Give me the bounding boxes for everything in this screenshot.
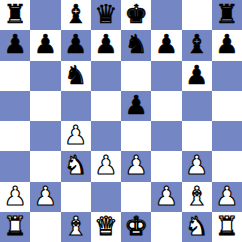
- square-a2[interactable]: ♟: [0, 182, 30, 212]
- white-pawn-e3[interactable]: ♟: [124, 151, 147, 180]
- black-knight-c6[interactable]: ♞: [64, 61, 87, 90]
- white-pawn-f2[interactable]: ♟: [155, 182, 178, 211]
- black-pawn-c7[interactable]: ♟: [64, 30, 87, 59]
- square-c1[interactable]: ♝: [61, 212, 91, 242]
- square-g7[interactable]: ♝: [182, 30, 212, 60]
- square-f6[interactable]: [151, 61, 181, 91]
- square-b5[interactable]: [30, 91, 60, 121]
- square-h5[interactable]: [212, 91, 242, 121]
- square-d2[interactable]: [91, 182, 121, 212]
- square-c3[interactable]: ♞: [61, 151, 91, 181]
- square-e2[interactable]: [121, 182, 151, 212]
- white-pawn-b2[interactable]: ♟: [34, 182, 57, 211]
- square-a4[interactable]: [0, 121, 30, 151]
- square-f1[interactable]: [151, 212, 181, 242]
- square-d8[interactable]: ♛: [91, 0, 121, 30]
- white-pawn-d3[interactable]: ♟: [94, 151, 117, 180]
- white-queen-d1[interactable]: ♛: [94, 212, 117, 241]
- square-f3[interactable]: [151, 151, 181, 181]
- white-pawn-g3[interactable]: ♟: [185, 151, 208, 180]
- square-b7[interactable]: ♟: [30, 30, 60, 60]
- square-g2[interactable]: ♝: [182, 182, 212, 212]
- white-rook-a1[interactable]: ♜: [3, 212, 26, 241]
- square-c6[interactable]: ♞: [61, 61, 91, 91]
- white-pawn-c4[interactable]: ♟: [64, 121, 87, 150]
- square-h1[interactable]: ♜: [212, 212, 242, 242]
- black-pawn-b7[interactable]: ♟: [34, 30, 57, 59]
- square-e8[interactable]: ♚: [121, 0, 151, 30]
- square-h4[interactable]: [212, 121, 242, 151]
- square-e6[interactable]: [121, 61, 151, 91]
- black-queen-d8[interactable]: ♛: [94, 0, 117, 29]
- square-d3[interactable]: ♟: [91, 151, 121, 181]
- square-d1[interactable]: ♛: [91, 212, 121, 242]
- square-b1[interactable]: [30, 212, 60, 242]
- square-g5[interactable]: [182, 91, 212, 121]
- square-d7[interactable]: ♟: [91, 30, 121, 60]
- black-pawn-e5[interactable]: ♟: [124, 91, 147, 120]
- square-c8[interactable]: ♝: [61, 0, 91, 30]
- square-g8[interactable]: [182, 0, 212, 30]
- square-f8[interactable]: [151, 0, 181, 30]
- square-c4[interactable]: ♟: [61, 121, 91, 151]
- square-a3[interactable]: [0, 151, 30, 181]
- square-c5[interactable]: [61, 91, 91, 121]
- black-rook-h8[interactable]: ♜: [215, 0, 238, 29]
- square-f4[interactable]: [151, 121, 181, 151]
- square-h8[interactable]: ♜: [212, 0, 242, 30]
- square-g1[interactable]: ♞: [182, 212, 212, 242]
- black-pawn-f7[interactable]: ♟: [155, 30, 178, 59]
- square-c2[interactable]: [61, 182, 91, 212]
- white-bishop-g2[interactable]: ♝: [185, 182, 208, 211]
- square-e4[interactable]: [121, 121, 151, 151]
- white-king-e1[interactable]: ♚: [124, 212, 147, 241]
- square-f2[interactable]: ♟: [151, 182, 181, 212]
- square-b4[interactable]: [30, 121, 60, 151]
- square-b8[interactable]: [30, 0, 60, 30]
- square-a6[interactable]: [0, 61, 30, 91]
- square-a1[interactable]: ♜: [0, 212, 30, 242]
- black-knight-e7[interactable]: ♞: [124, 30, 147, 59]
- square-g4[interactable]: [182, 121, 212, 151]
- black-king-e8[interactable]: ♚: [124, 0, 147, 29]
- square-h2[interactable]: ♟: [212, 182, 242, 212]
- square-b2[interactable]: ♟: [30, 182, 60, 212]
- chess-board-container: ♜♝♛♚♜♟♟♟♟♞♟♝♟♞♟♟♟♞♟♟♟♟♟♟♝♟♜♝♛♚♞♜: [0, 0, 242, 242]
- square-g3[interactable]: ♟: [182, 151, 212, 181]
- square-d6[interactable]: [91, 61, 121, 91]
- white-knight-c3[interactable]: ♞: [64, 151, 87, 180]
- square-e5[interactable]: ♟: [121, 91, 151, 121]
- square-a5[interactable]: [0, 91, 30, 121]
- white-pawn-a2[interactable]: ♟: [3, 182, 26, 211]
- square-a8[interactable]: ♜: [0, 0, 30, 30]
- white-knight-g1[interactable]: ♞: [185, 212, 208, 241]
- square-h7[interactable]: ♟: [212, 30, 242, 60]
- black-rook-a8[interactable]: ♜: [3, 0, 26, 29]
- black-pawn-h7[interactable]: ♟: [215, 30, 238, 59]
- square-f7[interactable]: ♟: [151, 30, 181, 60]
- square-d4[interactable]: [91, 121, 121, 151]
- square-h3[interactable]: [212, 151, 242, 181]
- square-d5[interactable]: [91, 91, 121, 121]
- black-pawn-g6[interactable]: ♟: [185, 61, 208, 90]
- black-pawn-a7[interactable]: ♟: [3, 30, 26, 59]
- black-bishop-c8[interactable]: ♝: [64, 0, 87, 29]
- square-b3[interactable]: [30, 151, 60, 181]
- square-b6[interactable]: [30, 61, 60, 91]
- black-bishop-g7[interactable]: ♝: [185, 30, 208, 59]
- white-rook-h1[interactable]: ♜: [215, 212, 238, 241]
- square-f5[interactable]: [151, 91, 181, 121]
- square-g6[interactable]: ♟: [182, 61, 212, 91]
- square-e7[interactable]: ♞: [121, 30, 151, 60]
- white-bishop-c1[interactable]: ♝: [64, 212, 87, 241]
- square-h6[interactable]: [212, 61, 242, 91]
- square-c7[interactable]: ♟: [61, 30, 91, 60]
- square-e1[interactable]: ♚: [121, 212, 151, 242]
- square-a7[interactable]: ♟: [0, 30, 30, 60]
- white-pawn-h2[interactable]: ♟: [215, 182, 238, 211]
- black-pawn-d7[interactable]: ♟: [94, 30, 117, 59]
- square-e3[interactable]: ♟: [121, 151, 151, 181]
- chess-board: ♜♝♛♚♜♟♟♟♟♞♟♝♟♞♟♟♟♞♟♟♟♟♟♟♝♟♜♝♛♚♞♜: [0, 0, 242, 242]
